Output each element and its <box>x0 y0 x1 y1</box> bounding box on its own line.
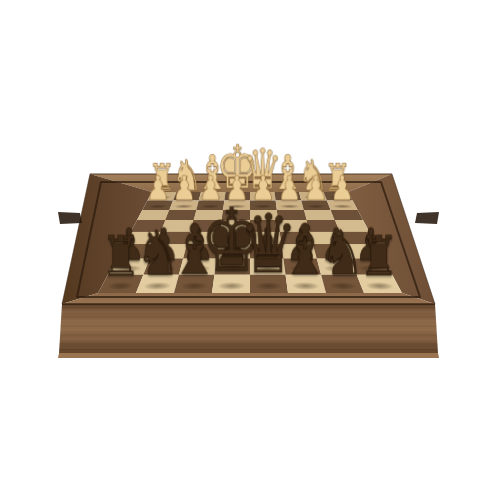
scene: ♜♞♝♚♛♝♞♜♟♟♟♟♟♟♟♟♟♟♟♟♟♟♟♟♜♞♝♚♛♝♞♜ <box>0 0 500 500</box>
piece-white-pawn[interactable]: ♟ <box>304 172 328 206</box>
square-a8[interactable]: ♜ <box>357 275 402 293</box>
piece-black-knight[interactable]: ♞ <box>320 223 365 285</box>
piece-white-pawn[interactable]: ♟ <box>330 172 354 206</box>
chess-board: ♜♞♝♚♛♝♞♜♟♟♟♟♟♟♟♟♟♟♟♟♟♟♟♟♜♞♝♚♛♝♞♜ <box>98 192 402 293</box>
square-h2[interactable]: ♟ <box>142 201 173 210</box>
piece-black-rook[interactable]: ♜ <box>359 229 399 284</box>
piece-white-pawn[interactable]: ♟ <box>146 172 170 206</box>
square-a2[interactable]: ♟ <box>327 201 358 210</box>
product-photo-stage: ♜♞♝♚♛♝♞♜♟♟♟♟♟♟♟♟♟♟♟♟♟♟♟♟♜♞♝♚♛♝♞♜ <box>0 0 500 500</box>
piece-white-pawn[interactable]: ♟ <box>172 172 196 206</box>
square-b8[interactable]: ♞ <box>321 275 364 293</box>
